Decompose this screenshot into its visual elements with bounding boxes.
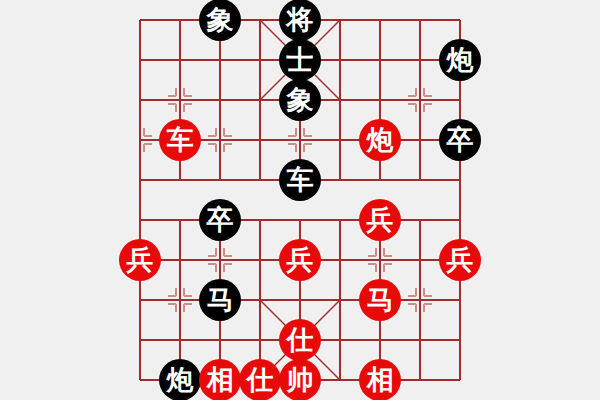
piece-black-elephant[interactable]: 象 (279, 79, 321, 121)
piece-black-soldier[interactable]: 卒 (199, 199, 241, 241)
piece-red-horse[interactable]: 马 (359, 279, 401, 321)
piece-red-general[interactable]: 帅 (279, 359, 321, 400)
piece-red-soldier[interactable]: 兵 (119, 239, 161, 281)
piece-red-elephant[interactable]: 相 (359, 359, 401, 400)
xiangqi-board: 象将士炮象车炮卒车卒兵兵兵兵马马仕炮相仕帅相 (0, 0, 600, 400)
piece-red-soldier[interactable]: 兵 (279, 239, 321, 281)
piece-black-chariot[interactable]: 车 (279, 159, 321, 201)
piece-red-cannon[interactable]: 炮 (359, 119, 401, 161)
piece-red-chariot[interactable]: 车 (159, 119, 201, 161)
piece-black-elephant[interactable]: 象 (199, 0, 241, 41)
piece-red-elephant[interactable]: 相 (199, 359, 241, 400)
piece-black-cannon[interactable]: 炮 (159, 359, 201, 400)
piece-black-advisor[interactable]: 士 (279, 39, 321, 81)
piece-black-general[interactable]: 将 (279, 0, 321, 41)
piece-red-soldier[interactable]: 兵 (359, 199, 401, 241)
piece-red-soldier[interactable]: 兵 (439, 239, 481, 281)
piece-black-horse[interactable]: 马 (199, 279, 241, 321)
pieces-layer: 象将士炮象车炮卒车卒兵兵兵兵马马仕炮相仕帅相 (120, 0, 480, 400)
piece-red-advisor[interactable]: 仕 (279, 319, 321, 361)
piece-black-cannon[interactable]: 炮 (439, 39, 481, 81)
piece-black-soldier[interactable]: 卒 (439, 119, 481, 161)
piece-red-advisor[interactable]: 仕 (239, 359, 281, 400)
